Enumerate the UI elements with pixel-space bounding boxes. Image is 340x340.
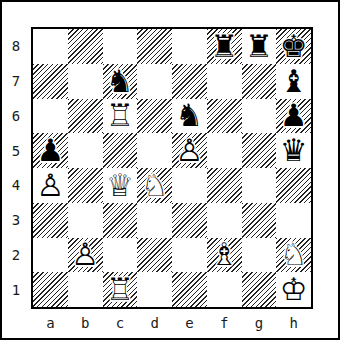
square-e8[interactable] xyxy=(172,29,207,64)
square-e1[interactable] xyxy=(172,272,207,307)
square-g1[interactable] xyxy=(242,272,277,307)
square-f4[interactable] xyxy=(207,168,242,203)
white-rook-c1[interactable]: ♜♖ xyxy=(103,272,138,307)
black-knight-c7[interactable]: ♞♞ xyxy=(103,64,138,99)
white-pawn-a4[interactable]: ♟♙ xyxy=(33,168,68,203)
square-g7[interactable] xyxy=(242,64,277,99)
square-e2[interactable] xyxy=(172,238,207,273)
black-pawn-glyph: ♟ xyxy=(280,100,308,131)
square-a3[interactable] xyxy=(33,203,68,238)
square-c7[interactable]: ♞♞ xyxy=(103,64,138,99)
square-f1[interactable] xyxy=(207,272,242,307)
chess-diagram: 87654321 ♜♜♜♜♚♚♞♞♝♝♜♖♞♞♟♟♟♟♟♙♛♛♟♙♛♕♞♘♟♙♝… xyxy=(0,0,340,340)
rank-label-3: 3 xyxy=(2,203,30,238)
square-h7[interactable]: ♝♝ xyxy=(276,64,311,99)
black-king-glyph: ♚ xyxy=(280,31,308,62)
white-king-glyph: ♔ xyxy=(280,274,308,305)
square-d6[interactable] xyxy=(137,99,172,134)
square-h6[interactable]: ♟♟ xyxy=(276,99,311,134)
square-d2[interactable] xyxy=(137,238,172,273)
black-rook-glyph: ♜ xyxy=(210,31,238,62)
rank-label-4: 4 xyxy=(2,168,30,203)
white-pawn-e5[interactable]: ♟♙ xyxy=(172,133,207,168)
square-f3[interactable] xyxy=(207,203,242,238)
square-c5[interactable] xyxy=(103,133,138,168)
square-a4[interactable]: ♟♙ xyxy=(33,168,68,203)
square-b5[interactable] xyxy=(68,133,103,168)
file-label-h: h xyxy=(276,310,311,336)
black-knight-e6[interactable]: ♞♞ xyxy=(172,99,207,134)
black-pawn-a5[interactable]: ♟♟ xyxy=(33,133,68,168)
black-rook-f8[interactable]: ♜♜ xyxy=(207,29,242,64)
file-label-d: d xyxy=(137,310,172,336)
square-d1[interactable] xyxy=(137,272,172,307)
square-f7[interactable] xyxy=(207,64,242,99)
square-a1[interactable] xyxy=(33,272,68,307)
square-g6[interactable] xyxy=(242,99,277,134)
square-b4[interactable] xyxy=(68,168,103,203)
square-a6[interactable] xyxy=(33,99,68,134)
square-e3[interactable] xyxy=(172,203,207,238)
white-knight-h2[interactable]: ♞♘ xyxy=(276,238,311,273)
black-king-h8[interactable]: ♚♚ xyxy=(276,29,311,64)
rank-label-2: 2 xyxy=(2,238,30,273)
rank-label-1: 1 xyxy=(2,272,30,307)
white-pawn-glyph: ♙ xyxy=(71,239,99,270)
white-knight-glyph: ♘ xyxy=(141,170,169,201)
chess-board: ♜♜♜♜♚♚♞♞♝♝♜♖♞♞♟♟♟♟♟♙♛♛♟♙♛♕♞♘♟♙♝♗♞♘♜♖♚♔ xyxy=(31,27,313,309)
square-d5[interactable] xyxy=(137,133,172,168)
square-f5[interactable] xyxy=(207,133,242,168)
white-pawn-glyph: ♙ xyxy=(36,170,64,201)
square-b2[interactable]: ♟♙ xyxy=(68,238,103,273)
square-d7[interactable] xyxy=(137,64,172,99)
white-bishop-glyph: ♗ xyxy=(210,239,238,270)
square-g4[interactable] xyxy=(242,168,277,203)
square-h1[interactable]: ♚♔ xyxy=(276,272,311,307)
file-label-a: a xyxy=(33,310,68,336)
white-rook-glyph: ♖ xyxy=(106,274,134,305)
square-b7[interactable] xyxy=(68,64,103,99)
white-rook-glyph: ♖ xyxy=(106,100,134,131)
square-d3[interactable] xyxy=(137,203,172,238)
square-h8[interactable]: ♚♚ xyxy=(276,29,311,64)
black-rook-g8[interactable]: ♜♜ xyxy=(242,29,277,64)
file-label-f: f xyxy=(207,310,242,336)
square-e6[interactable]: ♞♞ xyxy=(172,99,207,134)
square-c2[interactable] xyxy=(103,238,138,273)
square-f8[interactable]: ♜♜ xyxy=(207,29,242,64)
black-queen-h5[interactable]: ♛♛ xyxy=(276,133,311,168)
rank-labels: 87654321 xyxy=(2,29,30,307)
file-label-e: e xyxy=(172,310,207,336)
white-knight-d4[interactable]: ♞♘ xyxy=(137,168,172,203)
square-c6[interactable]: ♜♖ xyxy=(103,99,138,134)
white-rook-c6[interactable]: ♜♖ xyxy=(103,99,138,134)
black-rook-glyph: ♜ xyxy=(245,31,273,62)
square-b3[interactable] xyxy=(68,203,103,238)
rank-label-8: 8 xyxy=(2,29,30,64)
square-g5[interactable] xyxy=(242,133,277,168)
black-knight-glyph: ♞ xyxy=(106,66,134,97)
square-h3[interactable] xyxy=(276,203,311,238)
file-labels: abcdefgh xyxy=(33,310,311,336)
white-king-h1[interactable]: ♚♔ xyxy=(276,272,311,307)
black-bishop-h7[interactable]: ♝♝ xyxy=(276,64,311,99)
black-bishop-glyph: ♝ xyxy=(280,66,308,97)
square-b1[interactable] xyxy=(68,272,103,307)
white-pawn-glyph: ♙ xyxy=(175,135,203,166)
black-knight-glyph: ♞ xyxy=(175,100,203,131)
square-d8[interactable] xyxy=(137,29,172,64)
white-knight-glyph: ♘ xyxy=(280,239,308,270)
file-label-b: b xyxy=(68,310,103,336)
square-b6[interactable] xyxy=(68,99,103,134)
rank-label-6: 6 xyxy=(2,99,30,134)
square-a5[interactable]: ♟♟ xyxy=(33,133,68,168)
black-pawn-glyph: ♟ xyxy=(36,135,64,166)
file-label-g: g xyxy=(242,310,277,336)
square-a7[interactable] xyxy=(33,64,68,99)
square-g8[interactable]: ♜♜ xyxy=(242,29,277,64)
square-h4[interactable] xyxy=(276,168,311,203)
square-c4[interactable]: ♛♕ xyxy=(103,168,138,203)
square-c3[interactable] xyxy=(103,203,138,238)
white-queen-c4[interactable]: ♛♕ xyxy=(103,168,138,203)
rank-label-7: 7 xyxy=(2,64,30,99)
square-h5[interactable]: ♛♛ xyxy=(276,133,311,168)
square-f2[interactable]: ♝♗ xyxy=(207,238,242,273)
square-g3[interactable] xyxy=(242,203,277,238)
white-queen-glyph: ♕ xyxy=(106,170,134,201)
white-bishop-f2[interactable]: ♝♗ xyxy=(207,238,242,273)
file-label-c: c xyxy=(103,310,138,336)
square-c8[interactable] xyxy=(103,29,138,64)
square-g2[interactable] xyxy=(242,238,277,273)
square-a8[interactable] xyxy=(33,29,68,64)
square-e7[interactable] xyxy=(172,64,207,99)
black-queen-glyph: ♛ xyxy=(280,135,308,166)
square-f6[interactable] xyxy=(207,99,242,134)
white-pawn-b2[interactable]: ♟♙ xyxy=(68,238,103,273)
square-c1[interactable]: ♜♖ xyxy=(103,272,138,307)
square-e4[interactable] xyxy=(172,168,207,203)
rank-label-5: 5 xyxy=(2,133,30,168)
square-h2[interactable]: ♞♘ xyxy=(276,238,311,273)
square-e5[interactable]: ♟♙ xyxy=(172,133,207,168)
square-b8[interactable] xyxy=(68,29,103,64)
black-pawn-h6[interactable]: ♟♟ xyxy=(276,99,311,134)
square-d4[interactable]: ♞♘ xyxy=(137,168,172,203)
square-a2[interactable] xyxy=(33,238,68,273)
